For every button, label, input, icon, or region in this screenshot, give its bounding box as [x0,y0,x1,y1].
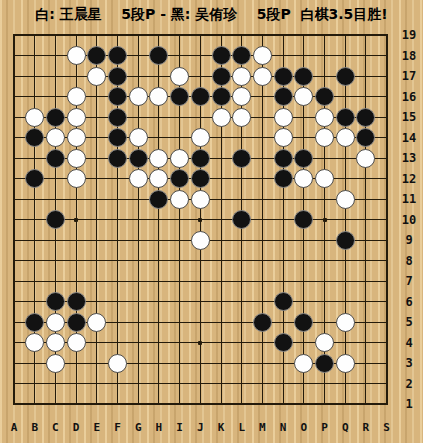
column-label: H [151,421,167,434]
stone-white[interactable] [170,149,189,168]
row-label: 15 [396,110,422,124]
stone-white[interactable] [46,354,65,373]
stone-black[interactable] [46,108,65,127]
stone-black[interactable] [149,190,168,209]
stone-white[interactable] [315,333,334,352]
row-label: 11 [396,192,422,206]
column-label: N [275,421,291,434]
stone-black[interactable] [191,87,210,106]
row-label: 7 [396,274,422,288]
row-label: 9 [396,233,422,247]
row-label: 17 [396,69,422,83]
stone-black[interactable] [336,231,355,250]
grid-line-vertical [386,34,388,405]
row-label: 6 [396,295,422,309]
stone-black[interactable] [232,46,251,65]
stone-white[interactable] [170,67,189,86]
stone-white[interactable] [336,128,355,147]
stone-white[interactable] [336,190,355,209]
column-label: I [172,421,188,434]
column-label: D [68,421,84,434]
stone-black[interactable] [274,87,293,106]
grid-line-vertical [365,34,366,405]
stone-white[interactable] [274,128,293,147]
stone-black[interactable] [274,292,293,311]
stone-white[interactable] [67,46,86,65]
grid-line-horizontal [13,281,388,282]
row-label: 13 [396,151,422,165]
stone-white[interactable] [315,108,334,127]
stone-black[interactable] [191,149,210,168]
column-label: S [379,421,395,434]
row-label: 1 [396,397,422,411]
stone-black[interactable] [253,313,272,332]
stone-white[interactable] [170,190,189,209]
stone-white[interactable] [67,333,86,352]
row-label: 14 [396,131,422,145]
stone-white[interactable] [356,149,375,168]
stone-black[interactable] [336,108,355,127]
stone-black[interactable] [212,87,231,106]
stone-black[interactable] [170,87,189,106]
stone-white[interactable] [253,67,272,86]
stone-white[interactable] [67,128,86,147]
column-label: P [317,421,333,434]
column-label: B [27,421,43,434]
stone-black[interactable] [294,313,313,332]
stone-white[interactable] [294,169,313,188]
stone-white[interactable] [129,128,148,147]
stone-white[interactable] [67,149,86,168]
stone-white[interactable] [294,87,313,106]
stone-white[interactable] [87,67,106,86]
star-point [74,218,78,222]
stone-black[interactable] [191,169,210,188]
row-label: 10 [396,213,422,227]
stone-black[interactable] [212,67,231,86]
stone-white[interactable] [315,169,334,188]
stone-black[interactable] [149,46,168,65]
stone-black[interactable] [46,149,65,168]
column-label: M [254,421,270,434]
row-label: 19 [396,28,422,42]
stone-black[interactable] [274,333,293,352]
stone-black[interactable] [46,292,65,311]
stone-black[interactable] [108,108,127,127]
row-label: 3 [396,356,422,370]
stone-black[interactable] [336,67,355,86]
column-label: E [89,421,105,434]
row-label: 16 [396,90,422,104]
column-label: F [110,421,126,434]
stone-black[interactable] [356,108,375,127]
grid-line-horizontal [13,403,388,405]
stone-black[interactable] [315,354,334,373]
stone-white[interactable] [191,231,210,250]
stone-white[interactable] [149,169,168,188]
grid-line-horizontal [13,383,388,384]
stone-black[interactable] [232,149,251,168]
stone-black[interactable] [274,169,293,188]
stone-white[interactable] [129,87,148,106]
star-point [198,218,202,222]
column-label: Q [337,421,353,434]
stone-black[interactable] [25,169,44,188]
stone-white[interactable] [67,108,86,127]
stone-black[interactable] [294,67,313,86]
stone-white[interactable] [191,128,210,147]
column-label: C [47,421,63,434]
column-label: J [192,421,208,434]
stone-black[interactable] [232,210,251,229]
row-label: 18 [396,49,422,63]
column-label: A [6,421,22,434]
stone-white[interactable] [129,169,148,188]
stone-white[interactable] [232,87,251,106]
column-label: L [234,421,250,434]
stone-white[interactable] [232,108,251,127]
stone-black[interactable] [212,46,231,65]
stone-white[interactable] [149,149,168,168]
stone-white[interactable] [25,333,44,352]
stone-black[interactable] [274,149,293,168]
grid-line-vertical [262,34,263,405]
stone-white[interactable] [149,87,168,106]
stone-black[interactable] [170,169,189,188]
row-label: 2 [396,377,422,391]
stone-white[interactable] [46,128,65,147]
stone-black[interactable] [108,67,127,86]
stone-white[interactable] [46,333,65,352]
column-label: G [130,421,146,434]
row-label: 4 [396,336,422,350]
stone-white[interactable] [87,313,106,332]
stone-white[interactable] [212,108,231,127]
stone-white[interactable] [294,354,313,373]
star-point [198,341,202,345]
stone-black[interactable] [356,128,375,147]
stone-black[interactable] [294,210,313,229]
stone-white[interactable] [108,354,127,373]
grid-line-horizontal [13,260,388,261]
stone-white[interactable] [232,67,251,86]
stone-black[interactable] [87,46,106,65]
row-label: 8 [396,254,422,268]
stone-black[interactable] [108,149,127,168]
stone-black[interactable] [25,313,44,332]
stone-white[interactable] [336,354,355,373]
stone-black[interactable] [108,128,127,147]
stone-black[interactable] [25,128,44,147]
stone-white[interactable] [46,313,65,332]
stone-black[interactable] [294,149,313,168]
stone-white[interactable] [25,108,44,127]
stone-black[interactable] [108,87,127,106]
stone-black[interactable] [315,87,334,106]
stone-black[interactable] [67,292,86,311]
stone-white[interactable] [253,46,272,65]
column-label: R [358,421,374,434]
stone-white[interactable] [274,108,293,127]
stone-black[interactable] [129,149,148,168]
go-board[interactable]: ABCDEFGHIJKLMNOPQRS191817161514131211109… [0,0,423,443]
stone-black[interactable] [67,313,86,332]
row-label: 5 [396,315,422,329]
stone-black[interactable] [46,210,65,229]
stone-black[interactable] [274,67,293,86]
row-label: 12 [396,172,422,186]
stone-white[interactable] [191,190,210,209]
stone-white[interactable] [315,128,334,147]
stone-white[interactable] [336,313,355,332]
column-label: K [213,421,229,434]
grid-line-vertical [345,34,346,405]
stone-white[interactable] [67,169,86,188]
column-label: O [296,421,312,434]
stone-white[interactable] [67,87,86,106]
stone-black[interactable] [108,46,127,65]
star-point [323,218,327,222]
